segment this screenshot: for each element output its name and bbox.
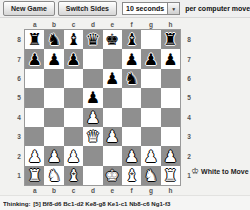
square-d6[interactable] (83, 69, 102, 88)
square-e1[interactable]: ♚ (103, 166, 122, 185)
turn-indicator-label: White to Move (201, 168, 248, 175)
white-knight-piece[interactable]: ♞ (144, 166, 158, 185)
white-pawn-piece[interactable]: ♟ (86, 108, 100, 127)
rank-label-4: 4 (185, 108, 193, 127)
file-label-a: a (25, 187, 44, 195)
square-f1[interactable]: ♝ (122, 166, 141, 185)
square-a8[interactable]: ♜ (25, 30, 44, 49)
square-f6[interactable]: ♞ (122, 69, 141, 88)
black-bishop-piece[interactable]: ♝ (66, 30, 80, 49)
white-king-icon: ♔ (191, 166, 199, 176)
black-queen-piece[interactable]: ♛ (86, 30, 100, 49)
square-f8[interactable]: ♝ (122, 30, 141, 49)
file-label-d: d (83, 21, 102, 29)
file-label-h: h (161, 21, 180, 29)
square-b3[interactable] (44, 127, 63, 146)
file-label-b: b (44, 21, 63, 29)
file-label-e: e (103, 21, 122, 29)
board: ♜♞♝♛♚♝♜♟♟♟♟♟♟♟♞♟♟♛♟♟♟♟♟♟♟♜♞♝♚♝♞♜ (25, 30, 180, 185)
black-pawn-piece[interactable]: ♟ (163, 50, 177, 69)
square-h6[interactable] (161, 69, 180, 88)
black-pawn-piece[interactable]: ♟ (144, 50, 158, 69)
thinking-label: Thinking: (3, 200, 31, 207)
black-rook-piece[interactable]: ♜ (163, 30, 177, 49)
square-d8[interactable]: ♛ (83, 30, 102, 49)
square-b8[interactable]: ♞ (44, 30, 63, 49)
white-bishop-piece[interactable]: ♝ (124, 166, 138, 185)
square-a5[interactable] (25, 88, 44, 107)
black-bishop-piece[interactable]: ♝ (124, 30, 138, 49)
rank-label-3: 3 (185, 127, 193, 146)
move-time-select[interactable]: 10 seconds ▼ (122, 2, 180, 15)
square-e3[interactable]: ♟ (103, 127, 122, 146)
square-h5[interactable] (161, 88, 180, 107)
file-label-a: a (25, 21, 44, 29)
square-c2[interactable]: ♟ (64, 146, 83, 165)
square-f5[interactable] (122, 88, 141, 107)
square-d7[interactable] (83, 49, 102, 68)
file-labels-bottom: abcdefgh (25, 187, 181, 195)
square-f3[interactable] (122, 127, 141, 146)
toolbar: New Game Switch Sides 10 seconds ▼ per c… (0, 0, 250, 18)
rank-label-6: 6 (15, 69, 23, 88)
black-king-piece[interactable]: ♚ (105, 30, 119, 49)
dropdown-arrow-icon[interactable]: ▼ (167, 3, 179, 14)
square-e8[interactable]: ♚ (103, 30, 122, 49)
file-label-g: g (141, 187, 160, 195)
turn-indicator: ♔ White to Move (191, 166, 249, 176)
square-e4[interactable] (103, 108, 122, 127)
square-b6[interactable] (44, 69, 63, 88)
square-e5[interactable] (103, 88, 122, 107)
square-h4[interactable] (161, 108, 180, 127)
black-pawn-piece[interactable]: ♟ (47, 50, 61, 69)
white-pawn-piece[interactable]: ♟ (28, 147, 42, 166)
rank-label-2: 2 (15, 146, 23, 165)
file-label-g: g (141, 21, 160, 29)
square-g5[interactable] (141, 88, 160, 107)
square-a4[interactable] (25, 108, 44, 127)
square-h8[interactable]: ♜ (161, 30, 180, 49)
per-computer-move-label: per computer move (185, 5, 250, 12)
white-knight-piece[interactable]: ♞ (47, 166, 61, 185)
black-pawn-piece[interactable]: ♟ (66, 50, 80, 69)
thinking-line: Thinking:[5] Bf8-d6 Bc1-d2 Ke8-g8 Ke1-c1… (3, 200, 170, 207)
square-f4[interactable] (122, 108, 141, 127)
white-king-piece[interactable]: ♚ (105, 166, 119, 185)
file-label-c: c (64, 187, 83, 195)
square-b5[interactable] (44, 88, 63, 107)
square-d3[interactable]: ♛ (83, 127, 102, 146)
file-label-b: b (44, 187, 63, 195)
rank-label-6: 6 (185, 69, 193, 88)
square-g6[interactable] (141, 69, 160, 88)
square-e2[interactable] (103, 146, 122, 165)
black-pawn-piece[interactable]: ♟ (124, 50, 138, 69)
square-f2[interactable]: ♟ (122, 146, 141, 165)
square-g2[interactable]: ♟ (141, 146, 160, 165)
rank-label-8: 8 (15, 30, 23, 49)
rank-labels-right: 87654321 (185, 30, 193, 186)
square-e6[interactable]: ♟ (103, 69, 122, 88)
square-c4[interactable] (64, 108, 83, 127)
square-d1[interactable] (83, 166, 102, 185)
square-a6[interactable] (25, 69, 44, 88)
new-game-button[interactable]: New Game (3, 1, 55, 16)
square-c3[interactable] (64, 127, 83, 146)
square-b4[interactable] (44, 108, 63, 127)
square-a1[interactable]: ♜ (25, 166, 44, 185)
rank-label-1: 1 (15, 166, 23, 185)
black-knight-piece[interactable]: ♞ (47, 30, 61, 49)
square-e7[interactable] (103, 49, 122, 68)
rank-labels-left: 87654321 (15, 30, 23, 186)
square-a3[interactable] (25, 127, 44, 146)
white-pawn-piece[interactable]: ♟ (163, 147, 177, 166)
rank-label-5: 5 (15, 88, 23, 107)
rank-label-2: 2 (185, 146, 193, 165)
file-label-d: d (83, 187, 102, 195)
switch-sides-button[interactable]: Switch Sides (58, 1, 117, 16)
white-pawn-piece[interactable]: ♟ (47, 147, 61, 166)
rank-label-4: 4 (15, 108, 23, 127)
black-pawn-piece[interactable]: ♟ (86, 88, 100, 107)
square-c7[interactable]: ♟ (64, 49, 83, 68)
file-label-f: f (122, 187, 141, 195)
thinking-bar: Thinking:[5] Bf8-d6 Bc1-d2 Ke8-g8 Ke1-c1… (0, 195, 250, 210)
white-pawn-piece[interactable]: ♟ (66, 147, 80, 166)
square-f7[interactable]: ♟ (122, 49, 141, 68)
square-a2[interactable]: ♟ (25, 146, 44, 165)
square-c5[interactable] (64, 88, 83, 107)
square-h2[interactable]: ♟ (161, 146, 180, 165)
square-c1[interactable]: ♝ (64, 166, 83, 185)
rank-label-5: 5 (185, 88, 193, 107)
rank-label-7: 7 (185, 49, 193, 68)
white-rook-piece[interactable]: ♜ (28, 166, 42, 185)
square-c6[interactable] (64, 69, 83, 88)
black-pawn-piece[interactable]: ♟ (28, 50, 42, 69)
white-queen-piece[interactable]: ♛ (86, 127, 100, 146)
square-g4[interactable] (141, 108, 160, 127)
file-label-e: e (103, 187, 122, 195)
square-b2[interactable]: ♟ (44, 146, 63, 165)
white-rook-piece[interactable]: ♜ (163, 166, 177, 185)
white-bishop-piece[interactable]: ♝ (66, 166, 80, 185)
black-knight-piece[interactable]: ♞ (124, 69, 138, 88)
square-h3[interactable] (161, 127, 180, 146)
white-pawn-piece[interactable]: ♟ (144, 147, 158, 166)
square-g1[interactable]: ♞ (141, 166, 160, 185)
file-label-f: f (122, 21, 141, 29)
square-a7[interactable]: ♟ (25, 49, 44, 68)
file-label-c: c (64, 21, 83, 29)
square-g3[interactable] (141, 127, 160, 146)
square-d2[interactable] (83, 146, 102, 165)
square-c8[interactable]: ♝ (64, 30, 83, 49)
move-time-value: 10 seconds (123, 3, 167, 14)
thinking-moves: [5] Bf8-d6 Bc1-d2 Ke8-g8 Ke1-c1 Nb8-c6 N… (33, 200, 170, 207)
black-rook-piece[interactable]: ♜ (28, 30, 42, 49)
white-pawn-piece[interactable]: ♟ (105, 127, 119, 146)
square-b1[interactable]: ♞ (44, 166, 63, 185)
chess-app-window: New Game Switch Sides 10 seconds ▼ per c… (0, 0, 250, 210)
square-h7[interactable]: ♟ (161, 49, 180, 68)
rank-label-7: 7 (15, 49, 23, 68)
white-pawn-piece[interactable]: ♟ (124, 147, 138, 166)
file-labels-top: abcdefgh (25, 21, 181, 29)
square-h1[interactable]: ♜ (161, 166, 180, 185)
square-b7[interactable]: ♟ (44, 49, 63, 68)
black-pawn-piece[interactable]: ♟ (105, 69, 119, 88)
square-g7[interactable]: ♟ (141, 49, 160, 68)
square-d4[interactable]: ♟ (83, 108, 102, 127)
square-d5[interactable]: ♟ (83, 88, 102, 107)
rank-label-8: 8 (185, 30, 193, 49)
file-label-h: h (161, 187, 180, 195)
square-g8[interactable] (141, 30, 160, 49)
rank-label-3: 3 (15, 127, 23, 146)
